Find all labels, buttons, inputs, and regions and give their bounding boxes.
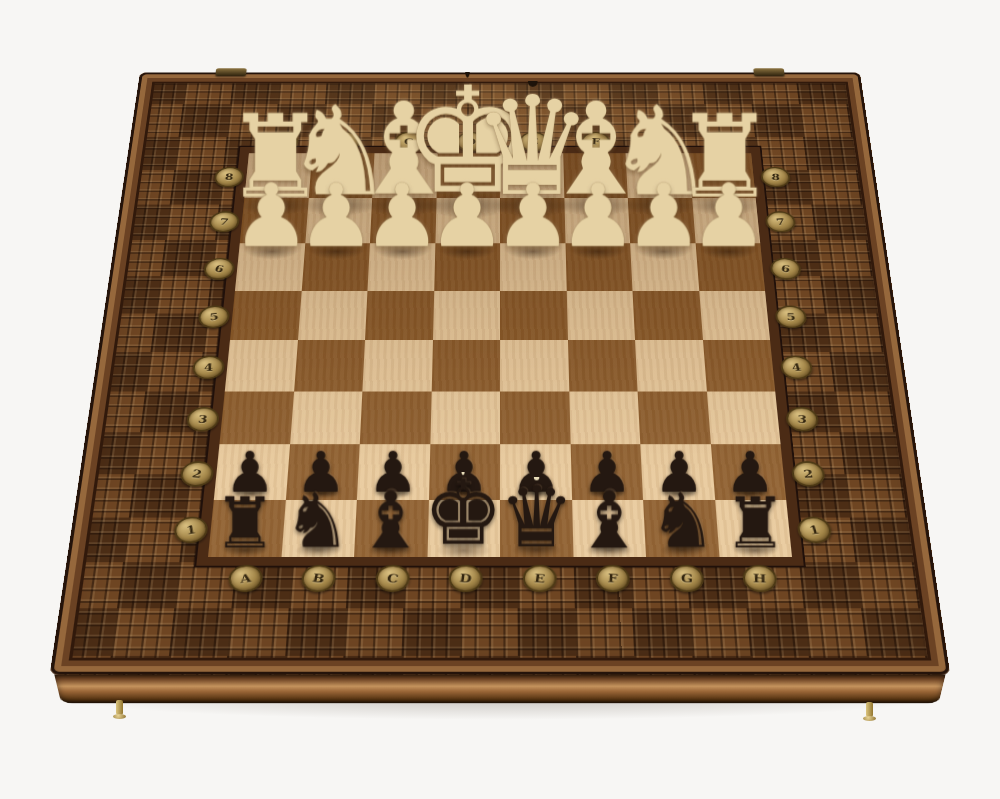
- black-bishop-f1[interactable]: ♝: [574, 482, 645, 557]
- black-king-d1[interactable]: ♚: [423, 472, 503, 557]
- square-a6[interactable]: [235, 243, 305, 290]
- finial-pin: [465, 60, 470, 78]
- file-label-a-bottom: A: [227, 563, 264, 594]
- square-a8[interactable]: [244, 153, 311, 197]
- square-g7[interactable]: [628, 198, 695, 244]
- square-g6[interactable]: [630, 243, 699, 290]
- square-h6[interactable]: [695, 243, 765, 290]
- square-f7[interactable]: [564, 198, 630, 244]
- square-f8[interactable]: [563, 153, 628, 197]
- chess-board: AABBCCDDEEFFGGHH1122334455667788 ♜♞♝♚♛♝♞…: [50, 73, 950, 675]
- square-c6[interactable]: [367, 243, 434, 290]
- finial-ball: [527, 77, 537, 87]
- black-knight-g1[interactable]: ♞: [649, 485, 717, 557]
- square-d7[interactable]: [435, 198, 500, 244]
- square-e7[interactable]: [500, 198, 565, 244]
- black-bishop-c1[interactable]: ♝: [355, 482, 426, 557]
- black-queen-e1[interactable]: ♛: [499, 477, 575, 557]
- square-e5[interactable]: [500, 291, 568, 340]
- square-f5[interactable]: [566, 291, 635, 340]
- brass-foot-right: [866, 702, 873, 717]
- finial-pin: [462, 465, 465, 476]
- square-d5[interactable]: [433, 291, 501, 340]
- file-label-h-bottom: H: [743, 564, 778, 593]
- square-g8[interactable]: [626, 153, 692, 197]
- brass-hinge-left: [215, 68, 246, 76]
- square-c7[interactable]: [370, 198, 436, 244]
- square-b5[interactable]: [298, 291, 368, 340]
- black-rook-a1[interactable]: ♜: [213, 490, 276, 557]
- square-e8[interactable]: [500, 153, 564, 197]
- square-d8[interactable]: [436, 153, 500, 197]
- rank-label-7-right: 7: [764, 211, 798, 233]
- square-g5[interactable]: [633, 291, 703, 340]
- scene: AABBCCDDEEFFGGHH1122334455667788 ♜♞♝♚♛♝♞…: [0, 0, 1000, 799]
- square-h8[interactable]: [688, 153, 755, 197]
- file-label-e-bottom: E: [521, 563, 558, 593]
- brass-hinge-right: [753, 68, 784, 76]
- square-h7[interactable]: [692, 198, 761, 244]
- rank-label-2-right: 2: [790, 461, 826, 487]
- square-e6[interactable]: [500, 243, 566, 290]
- square-d6[interactable]: [434, 243, 500, 290]
- rank-label-5-right: 5: [775, 306, 808, 329]
- black-rook-h1[interactable]: ♜: [724, 490, 787, 557]
- file-label-g-bottom: G: [669, 564, 703, 593]
- square-b7[interactable]: [305, 198, 372, 244]
- black-knight-b1[interactable]: ♞: [284, 485, 352, 557]
- square-b8[interactable]: [308, 153, 374, 197]
- carved-border-frame: AABBCCDDEEFFGGHH1122334455667788 ♜♞♝♚♛♝♞…: [50, 73, 950, 675]
- file-label-b-bottom: B: [299, 563, 339, 594]
- square-f6[interactable]: [565, 243, 632, 290]
- square-b6[interactable]: [301, 243, 370, 290]
- square-h5[interactable]: [699, 291, 770, 340]
- rank-label-3-right: 3: [786, 406, 819, 433]
- file-label-c-bottom: C: [373, 563, 412, 594]
- square-c5[interactable]: [365, 291, 434, 340]
- square-a5[interactable]: [230, 291, 301, 340]
- file-label-f-bottom: F: [595, 564, 631, 594]
- file-label-d-bottom: D: [447, 563, 485, 593]
- finial-ball: [534, 474, 540, 480]
- board-front-edge: [54, 675, 945, 704]
- brass-foot-left: [116, 700, 123, 715]
- square-a7[interactable]: [240, 198, 309, 244]
- rank-label-6-right: 6: [769, 256, 802, 281]
- square-c8[interactable]: [372, 153, 437, 197]
